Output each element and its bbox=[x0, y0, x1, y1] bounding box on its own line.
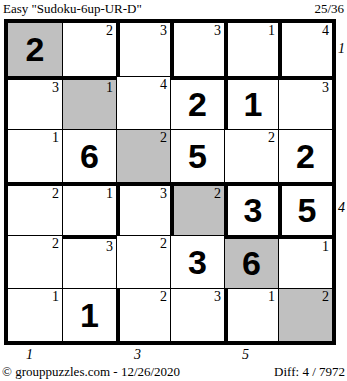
corner-clue: 1 bbox=[52, 289, 59, 305]
corner-clue: 2 bbox=[268, 130, 275, 146]
cell-r4c4[interactable]: 2 bbox=[170, 182, 224, 235]
cell-value: 5 bbox=[282, 186, 332, 235]
row-label-4: 4 bbox=[338, 200, 345, 216]
cell-r1c1[interactable]: 2 bbox=[8, 23, 62, 76]
corner-clue: 3 bbox=[106, 239, 113, 255]
cell-r6c1[interactable]: 1 bbox=[8, 288, 62, 341]
cell-value: 6 bbox=[63, 130, 116, 182]
puzzle-title: Easy "Sudoku-6up-UR-D" bbox=[3, 0, 142, 17]
cell-value: 6 bbox=[225, 239, 278, 288]
cell-r1c5[interactable]: 1 bbox=[224, 23, 278, 76]
corner-clue: 3 bbox=[160, 186, 167, 202]
cell-r1c2[interactable]: 2 bbox=[62, 23, 116, 76]
cell-r3c2[interactable]: 6 bbox=[62, 129, 116, 182]
cell-r6c6[interactable]: 2 bbox=[278, 288, 332, 341]
corner-clue: 3 bbox=[322, 80, 329, 96]
cell-r2c4[interactable]: 2 bbox=[170, 76, 224, 129]
cell-r4c3[interactable]: 3 bbox=[116, 182, 170, 235]
corner-clue: 1 bbox=[268, 289, 275, 305]
cell-r1c6[interactable]: 4 bbox=[278, 23, 332, 76]
cell-value: 5 bbox=[171, 130, 224, 182]
cell-value: 3 bbox=[228, 186, 278, 235]
cell-value: 2 bbox=[171, 80, 224, 129]
corner-clue: 3 bbox=[214, 289, 221, 305]
cell-r4c2[interactable]: 1 bbox=[62, 182, 116, 235]
corner-clue: 4 bbox=[160, 77, 167, 93]
corner-clue: 2 bbox=[160, 236, 167, 252]
cell-value: 2 bbox=[8, 23, 62, 76]
corner-clue: 2 bbox=[322, 289, 329, 305]
cell-r2c1[interactable]: 3 bbox=[8, 76, 62, 129]
cell-value: 2 bbox=[279, 130, 332, 182]
row-label-1: 1 bbox=[338, 41, 345, 57]
cell-r5c1[interactable]: 2 bbox=[8, 235, 62, 288]
sudoku-board: 223314314213162522213235232361112312 bbox=[4, 19, 336, 345]
clue-counter: 25/36 bbox=[314, 0, 344, 17]
cell-r5c4[interactable]: 3 bbox=[170, 235, 224, 288]
cell-r2c5[interactable]: 1 bbox=[224, 76, 278, 129]
corner-clue: 3 bbox=[160, 23, 167, 39]
column-label-3: 3 bbox=[134, 347, 141, 363]
cell-r5c3[interactable]: 2 bbox=[116, 235, 170, 288]
cell-r4c6[interactable]: 5 bbox=[278, 182, 332, 235]
cell-r1c3[interactable]: 3 bbox=[116, 23, 170, 76]
corner-clue: 2 bbox=[106, 23, 113, 39]
cell-r2c6[interactable]: 3 bbox=[278, 76, 332, 129]
cell-r5c2[interactable]: 3 bbox=[62, 235, 116, 288]
cell-r4c1[interactable]: 2 bbox=[8, 182, 62, 235]
footer: © grouppuzzles.com - 12/26/2020 Diff: 4 … bbox=[2, 364, 345, 380]
titlebar: Easy "Sudoku-6up-UR-D" 25/36 bbox=[3, 0, 344, 17]
corner-clue: 1 bbox=[52, 130, 59, 146]
corner-clue: 2 bbox=[160, 289, 167, 305]
cell-r3c4[interactable]: 5 bbox=[170, 129, 224, 182]
cell-r1c4[interactable]: 3 bbox=[170, 23, 224, 76]
cell-value: 1 bbox=[63, 289, 116, 341]
column-label-5: 5 bbox=[242, 347, 249, 363]
cell-r3c5[interactable]: 2 bbox=[224, 129, 278, 182]
cell-r6c4[interactable]: 3 bbox=[170, 288, 224, 341]
cell-r4c5[interactable]: 3 bbox=[224, 182, 278, 235]
copyright-text: © grouppuzzles.com - 12/26/2020 bbox=[2, 364, 180, 380]
cell-r6c3[interactable]: 2 bbox=[116, 288, 170, 341]
corner-clue: 1 bbox=[268, 23, 275, 39]
difficulty-text: Diff: 4 / 7972 bbox=[274, 364, 345, 380]
cell-r3c3[interactable]: 2 bbox=[116, 129, 170, 182]
cell-r6c5[interactable]: 1 bbox=[224, 288, 278, 341]
puzzle-page: Easy "Sudoku-6up-UR-D" 25/36 22331431421… bbox=[0, 0, 347, 381]
corner-clue: 1 bbox=[322, 239, 329, 255]
corner-clue: 1 bbox=[106, 186, 113, 202]
cell-r5c6[interactable]: 1 bbox=[278, 235, 332, 288]
cell-r3c6[interactable]: 2 bbox=[278, 129, 332, 182]
corner-clue: 3 bbox=[214, 23, 221, 39]
cell-r5c5[interactable]: 6 bbox=[224, 235, 278, 288]
corner-clue: 3 bbox=[52, 80, 59, 96]
corner-clue: 2 bbox=[52, 236, 59, 252]
column-label-1: 1 bbox=[26, 347, 33, 363]
corner-clue: 2 bbox=[214, 186, 221, 202]
corner-clue: 1 bbox=[106, 80, 113, 96]
cell-r2c2[interactable]: 1 bbox=[62, 76, 116, 129]
cell-r6c2[interactable]: 1 bbox=[62, 288, 116, 341]
cell-value: 3 bbox=[171, 236, 224, 288]
cell-r3c1[interactable]: 1 bbox=[8, 129, 62, 182]
corner-clue: 2 bbox=[160, 130, 167, 146]
corner-clue: 4 bbox=[322, 23, 329, 39]
corner-clue: 2 bbox=[52, 186, 59, 202]
cell-value: 1 bbox=[228, 80, 278, 129]
cell-r2c3[interactable]: 4 bbox=[116, 76, 170, 129]
